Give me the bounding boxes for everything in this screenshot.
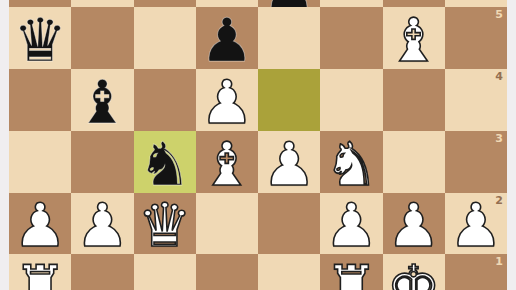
white-bishop-g5[interactable]: ♝ <box>383 9 445 71</box>
square-f2[interactable]: ♟ <box>320 193 382 255</box>
chess-board: ♟♛♟♝5♝♟4♞♝♟♞3♟♟♛♟♟2♟♜♜♚1 <box>9 0 507 290</box>
square-h2[interactable]: 2♟ <box>445 193 507 255</box>
square-c2[interactable]: ♛ <box>134 193 196 255</box>
white-pawn-g2[interactable]: ♟ <box>383 195 445 257</box>
white-pawn-h2[interactable]: ♟ <box>445 195 507 257</box>
rank-label-1: 1 <box>495 255 503 268</box>
white-queen-c2[interactable]: ♛ <box>134 195 196 257</box>
square-c5[interactable] <box>134 7 196 69</box>
square-e1[interactable] <box>258 254 320 290</box>
rank-label-5: 5 <box>495 8 503 21</box>
square-a3[interactable] <box>9 131 71 193</box>
square-f3[interactable]: ♞ <box>320 131 382 193</box>
white-pawn-b2[interactable]: ♟ <box>71 195 133 257</box>
square-h3[interactable]: 3 <box>445 131 507 193</box>
square-f5[interactable] <box>320 7 382 69</box>
square-g4[interactable] <box>383 69 445 131</box>
white-rook-f1[interactable]: ♜ <box>320 256 382 290</box>
black-bishop-b4[interactable]: ♝ <box>71 71 133 133</box>
square-f4[interactable] <box>320 69 382 131</box>
white-pawn-d4[interactable]: ♟ <box>196 71 258 133</box>
square-d1[interactable] <box>196 254 258 290</box>
square-e5[interactable] <box>258 7 320 69</box>
square-e4[interactable] <box>258 69 320 131</box>
square-e6[interactable]: ♟ <box>258 0 320 7</box>
white-pawn-a2[interactable]: ♟ <box>9 195 71 257</box>
square-b5[interactable] <box>71 7 133 69</box>
white-pawn-f2[interactable]: ♟ <box>320 195 382 257</box>
square-b1[interactable] <box>71 254 133 290</box>
square-d2[interactable] <box>196 193 258 255</box>
square-a1[interactable]: ♜ <box>9 254 71 290</box>
square-e3[interactable]: ♟ <box>258 131 320 193</box>
square-a2[interactable]: ♟ <box>9 193 71 255</box>
square-c6[interactable] <box>134 0 196 7</box>
square-g2[interactable]: ♟ <box>383 193 445 255</box>
rank-label-3: 3 <box>495 132 503 145</box>
square-g3[interactable] <box>383 131 445 193</box>
square-a4[interactable] <box>9 69 71 131</box>
white-bishop-d3[interactable]: ♝ <box>196 133 258 195</box>
square-b4[interactable]: ♝ <box>71 69 133 131</box>
square-c1[interactable] <box>134 254 196 290</box>
white-king-g1[interactable]: ♚ <box>383 256 445 290</box>
black-pawn-d5[interactable]: ♟ <box>196 9 258 71</box>
square-g1[interactable]: ♚ <box>383 254 445 290</box>
square-b2[interactable]: ♟ <box>71 193 133 255</box>
square-c4[interactable] <box>134 69 196 131</box>
square-h6[interactable] <box>445 0 507 7</box>
square-h4[interactable]: 4 <box>445 69 507 131</box>
white-rook-a1[interactable]: ♜ <box>9 256 71 290</box>
square-d4[interactable]: ♟ <box>196 69 258 131</box>
square-d3[interactable]: ♝ <box>196 131 258 193</box>
square-f1[interactable]: ♜ <box>320 254 382 290</box>
page-background: ♟♛♟♝5♝♟4♞♝♟♞3♟♟♛♟♟2♟♜♜♚1 <box>0 0 516 290</box>
square-a5[interactable]: ♛ <box>9 7 71 69</box>
square-b3[interactable] <box>71 131 133 193</box>
white-knight-f3[interactable]: ♞ <box>320 133 382 195</box>
square-g5[interactable]: ♝ <box>383 7 445 69</box>
black-knight-c3[interactable]: ♞ <box>134 133 196 195</box>
square-e2[interactable] <box>258 193 320 255</box>
rank-label-4: 4 <box>495 70 503 83</box>
square-f6[interactable] <box>320 0 382 7</box>
black-queen-a5[interactable]: ♛ <box>9 9 71 71</box>
square-d5[interactable]: ♟ <box>196 7 258 69</box>
square-c3[interactable]: ♞ <box>134 131 196 193</box>
white-pawn-e3[interactable]: ♟ <box>258 133 320 195</box>
square-b6[interactable] <box>71 0 133 7</box>
square-h5[interactable]: 5 <box>445 7 507 69</box>
square-h1[interactable]: 1 <box>445 254 507 290</box>
